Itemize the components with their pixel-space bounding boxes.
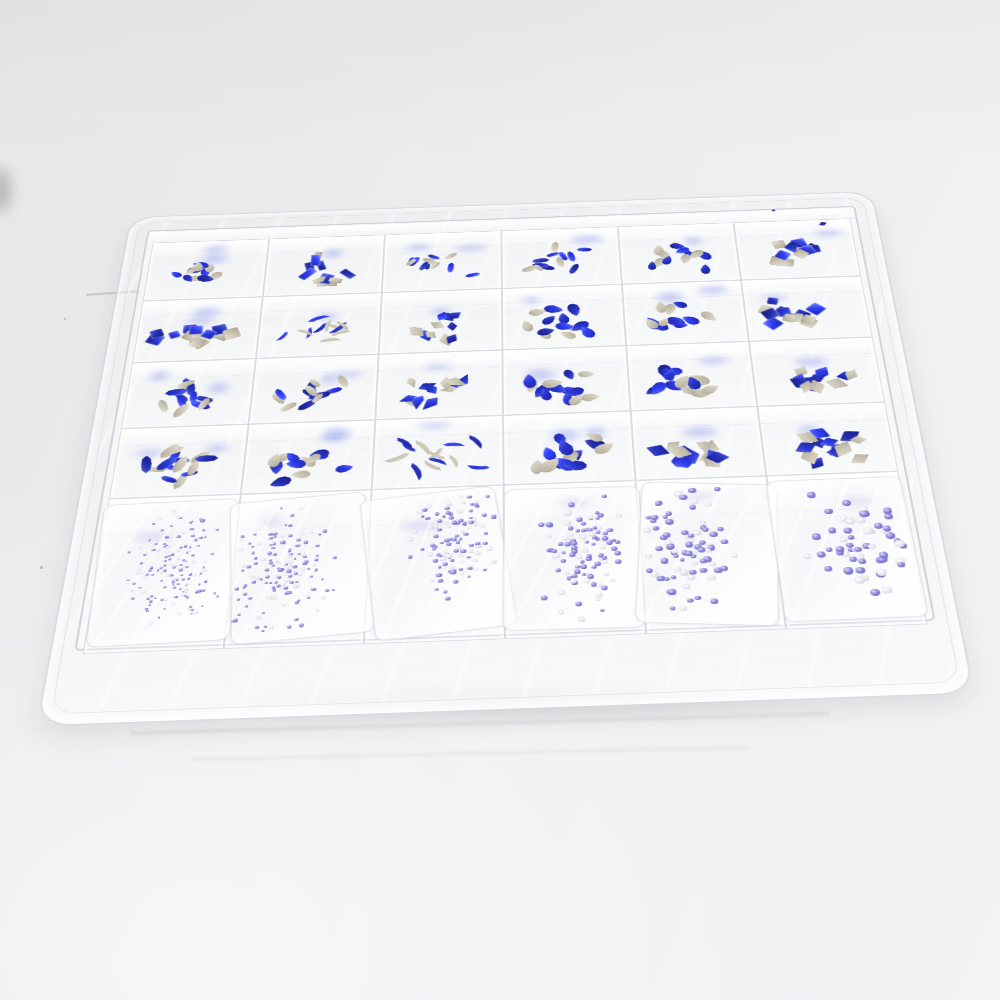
- gem-round: [269, 626, 274, 629]
- gem-round: [589, 532, 595, 536]
- plastic-see-through-reflection: [423, 364, 452, 370]
- gem-round: [257, 616, 261, 619]
- gem-teardrop: [564, 302, 584, 317]
- gem-round: [877, 569, 887, 576]
- gem-crescent: [318, 334, 342, 346]
- plastic-bag: [359, 485, 518, 642]
- gem-round: [491, 560, 496, 564]
- gem-round: [694, 595, 701, 600]
- plastic-see-through-reflection: [208, 383, 229, 394]
- photo-stage: [0, 0, 1000, 1000]
- gem-round: [159, 567, 163, 569]
- gem-round: [576, 529, 581, 532]
- gem-round: [483, 541, 488, 545]
- gem-round: [288, 555, 292, 557]
- gem-round: [194, 539, 198, 542]
- gem-round: [282, 604, 285, 606]
- gem-round: [412, 530, 417, 534]
- gem-marquise: [531, 257, 549, 263]
- gem-crescent: [406, 462, 426, 481]
- gem-marquise: [550, 241, 559, 252]
- gem-round: [569, 533, 574, 536]
- gem-round: [692, 561, 698, 565]
- compartment-r5c6: [767, 471, 928, 629]
- gem-round: [273, 597, 277, 600]
- gem-square: [222, 327, 241, 340]
- compartment-r2c6: [741, 276, 872, 341]
- compartment-r3c6: [749, 337, 885, 406]
- plastic-see-through-reflection: [323, 249, 342, 258]
- gem-round: [146, 610, 149, 612]
- gem-round: [267, 522, 270, 524]
- gem-teardrop: [699, 264, 711, 274]
- compartment-r3c3: [376, 350, 503, 420]
- gem-round: [882, 586, 892, 593]
- gem-round: [663, 515, 668, 519]
- gem-crescent: [447, 455, 461, 469]
- plastic-see-through-reflection: [186, 318, 215, 325]
- gem-round: [589, 516, 594, 519]
- gem-round: [600, 545, 606, 549]
- gem-round: [570, 578, 577, 583]
- gem-round: [277, 562, 281, 564]
- gem-teardrop: [558, 329, 579, 341]
- gem-round: [680, 606, 687, 611]
- gem-round: [849, 556, 857, 562]
- compartment-r3c2: [248, 354, 379, 424]
- compartment-r1c2: [262, 235, 385, 297]
- gem-teardrop: [542, 303, 565, 314]
- plastic-see-through-reflection: [456, 245, 485, 252]
- gem-round: [717, 527, 724, 532]
- gem-round: [595, 511, 600, 514]
- gem-round: [171, 581, 175, 584]
- gem-round: [541, 595, 548, 600]
- gem-round: [193, 574, 196, 576]
- gem-round: [873, 522, 883, 528]
- gem-rectangle: [339, 269, 356, 280]
- gem-round: [719, 565, 727, 571]
- compartment-r3c5: [626, 341, 758, 411]
- gem-round: [561, 551, 565, 554]
- gem-round: [673, 554, 679, 558]
- gem-rhombus: [446, 321, 458, 331]
- gem-round: [487, 547, 492, 551]
- gem-round: [582, 549, 588, 553]
- gem-round: [484, 532, 488, 535]
- gem-round: [189, 573, 192, 575]
- gem-teardrop: [578, 370, 595, 378]
- gem-round: [174, 595, 178, 598]
- gem-round: [827, 528, 836, 534]
- gem-rectangle: [311, 254, 321, 265]
- gem-round: [452, 521, 458, 525]
- gem-round: [265, 575, 270, 578]
- gem-teardrop: [518, 319, 536, 333]
- gem-crescent: [273, 331, 292, 342]
- gem-round: [687, 598, 693, 602]
- gem-round: [428, 553, 433, 557]
- gem-round: [448, 516, 453, 520]
- gem-round: [690, 498, 698, 503]
- gem-round: [588, 528, 592, 531]
- organizer-box-tilt-wrap: [116, 94, 891, 739]
- gem-round: [199, 572, 202, 574]
- gem-round: [150, 595, 153, 597]
- gem-crescent: [465, 459, 490, 475]
- compartment-r5c4: [504, 480, 646, 639]
- gem-round: [185, 566, 188, 568]
- plastic-see-through-reflection: [571, 235, 602, 243]
- gem-round: [601, 585, 608, 590]
- plastic-bag: [765, 476, 928, 623]
- compartment-r1c3: [382, 231, 502, 293]
- gem-round: [450, 566, 454, 569]
- gem-round: [315, 554, 318, 556]
- gem-round: [183, 545, 187, 548]
- gem-round: [307, 568, 310, 570]
- plastic-see-through-reflection: [813, 230, 844, 237]
- plastic-see-through-reflection: [334, 371, 363, 377]
- plastic-bag: [502, 486, 646, 631]
- gem-round: [169, 564, 172, 566]
- gem-round: [180, 517, 183, 519]
- gem-round: [446, 511, 451, 515]
- gem-crescent: [383, 452, 411, 464]
- gem-marquise: [465, 271, 482, 278]
- compartment-r4c4: [503, 411, 635, 485]
- compartment-grid: [82, 218, 927, 654]
- organizer-box: [74, 206, 936, 651]
- gem-round: [269, 544, 272, 546]
- gem-teardrop: [561, 368, 578, 381]
- gem-round: [314, 569, 318, 572]
- gem-round: [160, 598, 164, 600]
- gem-round: [844, 517, 855, 524]
- gem-round: [446, 502, 452, 506]
- gem-round: [660, 558, 668, 564]
- gem-round: [882, 525, 891, 531]
- plastic-see-through-reflection: [320, 434, 346, 441]
- gem-round: [461, 501, 465, 504]
- gem-round: [442, 515, 446, 518]
- compartment-r4c6: [758, 402, 899, 476]
- plastic-see-through-reflection: [523, 296, 539, 304]
- gem-round: [862, 528, 872, 535]
- gem-round: [179, 569, 183, 572]
- gem-round: [432, 547, 436, 550]
- gem-round: [436, 573, 442, 577]
- gem-teardrop: [267, 473, 294, 490]
- gem-round: [576, 517, 583, 522]
- gem-round: [843, 567, 854, 575]
- gem-round: [491, 516, 495, 519]
- gem-round: [683, 584, 690, 589]
- gem-crescent: [442, 438, 466, 453]
- gem-round: [186, 552, 189, 554]
- gem-round: [467, 495, 472, 498]
- gem-rhombus: [427, 319, 448, 331]
- gem-round: [288, 565, 291, 567]
- gem-round: [456, 541, 461, 544]
- plastic-see-through-reflection: [417, 422, 451, 430]
- gem-marquise: [567, 263, 581, 275]
- gem-round: [568, 502, 575, 507]
- gem-kite: [403, 376, 420, 390]
- gem-round: [882, 508, 892, 514]
- gem-round: [468, 549, 473, 553]
- gem-round: [318, 533, 322, 535]
- gem-round: [253, 533, 257, 536]
- gem-round: [679, 494, 687, 500]
- compartment-r4c2: [240, 420, 375, 494]
- gem-round: [563, 536, 569, 540]
- gem-round: [580, 560, 585, 564]
- gem-round: [455, 534, 459, 537]
- gem-round: [446, 554, 452, 558]
- compartment-r2c5: [622, 280, 750, 346]
- gem-round: [140, 562, 143, 564]
- compartment-r5c1: [82, 494, 240, 654]
- gem-round: [278, 568, 283, 572]
- gem-round: [139, 547, 142, 549]
- gem-teardrop: [168, 270, 184, 279]
- gem-round: [700, 559, 706, 563]
- compartment-r2c2: [256, 293, 383, 359]
- gem-round: [731, 553, 738, 558]
- gem-round: [265, 569, 269, 572]
- plastic-see-through-reflection: [683, 426, 717, 437]
- gem-round: [468, 567, 473, 571]
- gem-round: [580, 535, 586, 540]
- gem-round: [252, 581, 256, 584]
- gem-round: [602, 556, 607, 560]
- gem-round: [288, 534, 292, 537]
- gem-round: [239, 548, 243, 551]
- gem-round: [721, 539, 728, 544]
- gem-round: [475, 551, 481, 555]
- gem-round: [571, 545, 578, 550]
- gem-round: [675, 567, 681, 571]
- gem-crescent: [469, 434, 483, 450]
- gem-round: [277, 576, 282, 579]
- gem-round: [842, 500, 851, 506]
- organizer-box-perspective-wrap: [74, 206, 936, 651]
- plastic-see-through-reflection: [697, 286, 727, 295]
- gem-round: [811, 533, 821, 540]
- gem-round: [709, 531, 717, 537]
- gem-round: [444, 521, 449, 524]
- gem-square: [167, 330, 181, 340]
- compartment-r5c2: [223, 490, 372, 649]
- gem-round: [568, 526, 574, 530]
- gem-round: [587, 554, 592, 558]
- gem-round: [650, 515, 658, 521]
- gem-round: [897, 562, 906, 568]
- compartment-r5c3: [364, 485, 505, 644]
- dust-speck: [64, 318, 66, 320]
- gem-round: [441, 566, 445, 569]
- gem-round: [281, 541, 286, 544]
- gem-round: [167, 574, 171, 577]
- compartment-r1c4: [501, 226, 621, 288]
- gem-round: [237, 598, 240, 600]
- gem-round: [192, 554, 195, 556]
- gem-round: [555, 568, 561, 572]
- compartment-r2c4: [502, 284, 626, 350]
- gem-round: [163, 543, 166, 545]
- gem-round: [303, 555, 307, 558]
- gem-round: [655, 502, 661, 506]
- compartment-r5c5: [635, 476, 786, 634]
- gem-round: [203, 569, 207, 572]
- gem-round: [473, 559, 477, 562]
- gem-round: [247, 566, 251, 569]
- gem-teardrop: [334, 462, 355, 474]
- gem-round: [299, 623, 304, 627]
- gem-marquise: [156, 399, 169, 414]
- gem-round: [446, 542, 451, 546]
- gem-round: [426, 517, 430, 520]
- gem-round: [457, 510, 462, 514]
- plastic-see-through-reflection: [202, 245, 228, 254]
- gem-round: [184, 590, 188, 593]
- gem-round: [292, 565, 297, 568]
- plastic-see-through-reflection: [657, 292, 683, 303]
- plastic-see-through-reflection: [135, 449, 163, 457]
- gem-round: [669, 606, 675, 610]
- gem-round: [646, 516, 651, 520]
- gem-round: [685, 542, 693, 548]
- plastic-see-through-reflection: [794, 357, 828, 366]
- gem-round: [538, 522, 544, 527]
- gem-round: [559, 610, 564, 614]
- gem-round: [286, 569, 291, 573]
- gem-square: [762, 317, 784, 331]
- gem-marquise: [446, 262, 455, 273]
- gem-round: [700, 568, 707, 573]
- gem-round: [164, 556, 167, 558]
- dust-speck: [40, 566, 43, 569]
- gem-round: [840, 537, 848, 542]
- gem-round: [824, 566, 832, 571]
- gem-crescent: [415, 439, 430, 456]
- gem-round: [705, 502, 711, 506]
- gem-round: [665, 519, 673, 525]
- compartment-r1c1: [143, 239, 269, 301]
- gem-round: [160, 529, 164, 531]
- gem-round: [427, 505, 431, 508]
- gem-round: [450, 559, 454, 562]
- gem-round: [474, 503, 478, 506]
- gem-round: [438, 566, 442, 569]
- gem-round: [244, 605, 247, 607]
- gem-round: [297, 573, 302, 576]
- gem-round: [303, 541, 308, 544]
- gem-round: [453, 580, 458, 584]
- gem-round: [322, 529, 327, 532]
- gem-round: [188, 606, 191, 608]
- gem-round: [204, 580, 208, 583]
- gem-round: [242, 565, 246, 568]
- gem-square: [766, 297, 779, 305]
- compartment-r2c1: [132, 297, 262, 363]
- gem-round: [667, 589, 676, 595]
- gem-teardrop: [291, 469, 311, 479]
- gem-round: [714, 487, 720, 491]
- gem-round: [288, 524, 292, 527]
- compartment-r4c1: [109, 424, 248, 499]
- gem-round: [585, 579, 590, 583]
- gem-round: [667, 544, 674, 549]
- gem-round: [435, 512, 440, 515]
- compartment-r4c5: [630, 406, 766, 480]
- gem-round: [177, 535, 181, 538]
- compartment-r2c3: [379, 288, 502, 354]
- plastic-see-through-reflection: [192, 307, 221, 318]
- plastic-see-through-reflection: [699, 357, 728, 365]
- plastic-see-through-reflection: [149, 370, 169, 381]
- gem-round: [279, 586, 283, 589]
- gem-round: [685, 550, 693, 555]
- compartment-r3c1: [121, 359, 256, 429]
- gem-round: [594, 561, 601, 566]
- gem-round: [301, 553, 305, 556]
- compartment-r4c3: [372, 415, 504, 489]
- plastic-see-through-reflection: [685, 236, 702, 245]
- gem-rhombus: [846, 450, 874, 467]
- gem-round: [564, 521, 571, 526]
- gem-round: [176, 558, 180, 560]
- gem-round: [585, 540, 590, 543]
- compartment-r1c6: [734, 218, 861, 280]
- gem-round: [194, 611, 198, 614]
- gem-round: [688, 569, 696, 575]
- gem-marquise: [545, 251, 561, 258]
- compartment-r3c4: [502, 346, 630, 416]
- gem-round: [552, 549, 557, 553]
- gem-round: [163, 564, 166, 566]
- gem-round: [138, 571, 142, 574]
- gem-round: [313, 564, 316, 566]
- gem-round: [564, 510, 571, 515]
- gem-round: [443, 590, 448, 594]
- plastic-see-through-reflection: [406, 244, 430, 251]
- gem-round: [569, 552, 575, 557]
- gem-round: [558, 542, 563, 545]
- gem-round: [269, 581, 273, 583]
- compartment-r1c5: [618, 222, 742, 284]
- gem-teardrop: [698, 309, 721, 324]
- gem-marquise: [443, 251, 459, 260]
- gem-round: [271, 547, 275, 550]
- gem-marquise: [576, 248, 592, 252]
